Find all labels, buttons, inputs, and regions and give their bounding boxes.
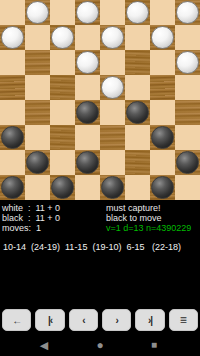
white-piece[interactable]	[101, 76, 124, 99]
board-square[interactable]	[75, 125, 100, 150]
white-piece[interactable]	[76, 51, 99, 74]
black-piece[interactable]	[1, 126, 24, 149]
board-square[interactable]	[125, 25, 150, 50]
android-home-icon[interactable]: ●	[96, 339, 103, 351]
board-square[interactable]	[125, 0, 150, 25]
black-piece[interactable]	[51, 176, 74, 199]
first-move-button[interactable]: |‹	[35, 309, 64, 331]
moves-count: moves: 1	[2, 223, 106, 233]
board-square[interactable]	[100, 150, 125, 175]
move-list: 10-14 (24-19) 11-15 (19-10) 6-15 (22-18)	[0, 242, 200, 252]
board-square[interactable]	[100, 25, 125, 50]
black-piece[interactable]	[76, 101, 99, 124]
toolbar: ← |‹ ‹ › ›| ≡	[0, 309, 200, 331]
board-square[interactable]	[25, 75, 50, 100]
app-screen: white : 11 + 0 must capture! black : 11 …	[0, 0, 200, 356]
alert-must-capture: must capture!	[106, 203, 200, 213]
android-back-icon[interactable]: ◀	[40, 340, 48, 351]
board-square[interactable]	[75, 25, 100, 50]
board-square[interactable]	[0, 100, 25, 125]
black-piece[interactable]	[151, 176, 174, 199]
board-square[interactable]	[75, 75, 100, 100]
board-square[interactable]	[125, 125, 150, 150]
board-square[interactable]	[0, 25, 25, 50]
black-count: black : 11 + 0	[2, 213, 106, 223]
board-square[interactable]	[175, 0, 200, 25]
engine-info: v=1 d=13 n=4390229	[106, 223, 200, 233]
menu-button[interactable]: ≡	[169, 309, 198, 331]
board-square[interactable]	[175, 150, 200, 175]
board-square[interactable]	[50, 175, 75, 200]
last-move-button[interactable]: ›|	[135, 309, 164, 331]
white-piece[interactable]	[151, 26, 174, 49]
board-square[interactable]	[175, 75, 200, 100]
board-square[interactable]	[25, 125, 50, 150]
board-square[interactable]	[0, 75, 25, 100]
white-piece[interactable]	[101, 26, 124, 49]
board-square[interactable]	[75, 0, 100, 25]
black-piece[interactable]	[176, 151, 199, 174]
checkers-board[interactable]	[0, 0, 200, 200]
white-piece[interactable]	[51, 26, 74, 49]
board-square[interactable]	[100, 100, 125, 125]
board-square[interactable]	[75, 50, 100, 75]
board-square[interactable]	[150, 125, 175, 150]
board-square[interactable]	[150, 100, 175, 125]
status-panel: white : 11 + 0 must capture! black : 11 …	[0, 200, 200, 233]
white-piece[interactable]	[176, 51, 199, 74]
board-square[interactable]	[25, 50, 50, 75]
board-square[interactable]	[100, 50, 125, 75]
board-square[interactable]	[150, 150, 175, 175]
android-recents-icon[interactable]: ■	[151, 340, 157, 350]
board-square[interactable]	[175, 175, 200, 200]
board-square[interactable]	[0, 0, 25, 25]
board-square[interactable]	[0, 150, 25, 175]
white-piece[interactable]	[1, 26, 24, 49]
board-square[interactable]	[150, 25, 175, 50]
board-square[interactable]	[75, 100, 100, 125]
black-piece[interactable]	[126, 101, 149, 124]
board-square[interactable]	[175, 100, 200, 125]
board-square[interactable]	[150, 0, 175, 25]
board-square[interactable]	[125, 100, 150, 125]
board-square[interactable]	[125, 75, 150, 100]
undo-button[interactable]: ←	[2, 309, 31, 331]
board-square[interactable]	[50, 25, 75, 50]
board-square[interactable]	[125, 150, 150, 175]
black-piece[interactable]	[151, 126, 174, 149]
board-square[interactable]	[150, 175, 175, 200]
android-nav-bar: ◀ ● ■	[0, 334, 200, 356]
board-square[interactable]	[50, 100, 75, 125]
board-square[interactable]	[100, 125, 125, 150]
white-piece[interactable]	[76, 1, 99, 24]
board-square[interactable]	[50, 125, 75, 150]
board-square[interactable]	[150, 75, 175, 100]
board-square[interactable]	[25, 150, 50, 175]
black-piece[interactable]	[26, 151, 49, 174]
white-piece[interactable]	[126, 1, 149, 24]
black-piece[interactable]	[101, 176, 124, 199]
board-square[interactable]	[175, 50, 200, 75]
board-square[interactable]	[175, 25, 200, 50]
board-square[interactable]	[100, 75, 125, 100]
board-square[interactable]	[25, 175, 50, 200]
board-square[interactable]	[25, 100, 50, 125]
black-piece[interactable]	[1, 176, 24, 199]
board-square[interactable]	[125, 50, 150, 75]
white-piece[interactable]	[26, 1, 49, 24]
black-piece[interactable]	[76, 151, 99, 174]
white-piece[interactable]	[176, 1, 199, 24]
board-square[interactable]	[0, 125, 25, 150]
next-move-button[interactable]: ›	[102, 309, 131, 331]
board-square[interactable]	[125, 175, 150, 200]
board-square[interactable]	[150, 50, 175, 75]
board-square[interactable]	[75, 150, 100, 175]
board-square[interactable]	[50, 150, 75, 175]
prev-move-button[interactable]: ‹	[69, 309, 98, 331]
board-square[interactable]	[50, 75, 75, 100]
board-square[interactable]	[75, 175, 100, 200]
board-square[interactable]	[25, 25, 50, 50]
turn-indicator: black to move	[106, 213, 200, 223]
board-square[interactable]	[100, 175, 125, 200]
board-square[interactable]	[25, 0, 50, 25]
board-square[interactable]	[0, 175, 25, 200]
board-square[interactable]	[100, 0, 125, 25]
empty-area	[0, 252, 200, 309]
board-square[interactable]	[50, 0, 75, 25]
board-square[interactable]	[0, 50, 25, 75]
board-square[interactable]	[50, 50, 75, 75]
board-square[interactable]	[175, 125, 200, 150]
white-count: white : 11 + 0	[2, 203, 106, 213]
